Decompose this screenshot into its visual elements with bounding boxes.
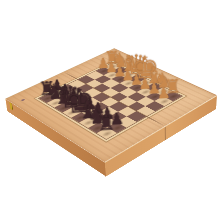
piece-white-pawn: ♟ [143,85,184,102]
chess-board-box: ♜♟♟♜♞♟♟♞♝♟♟♝♛♟♟♛♚♟♟♚♝♟♟♝♞♟♟♞♜♟♟♜ [5,48,217,162]
brass-clasp [9,102,13,111]
photo-scene: ♜♟♟♜♞♟♟♞♝♟♟♝♛♟♟♛♚♟♟♚♝♟♟♝♞♟♟♞♜♟♟♜ [0,0,220,200]
wood-knot [21,99,26,102]
board-frame: ♜♟♟♜♞♟♟♞♝♟♟♝♛♟♟♛♚♟♟♚♝♟♟♝♞♟♟♞♜♟♟♜ [5,48,217,162]
square: ♜ [97,128,116,139]
piece-black-rook: ♜ [84,111,129,134]
fold-seam-side [165,127,166,141]
product-photo: ♜♟♟♜♞♟♟♞♝♟♟♝♛♟♟♛♚♟♟♚♝♟♟♝♞♟♟♞♜♟♟♜ [0,0,220,200]
